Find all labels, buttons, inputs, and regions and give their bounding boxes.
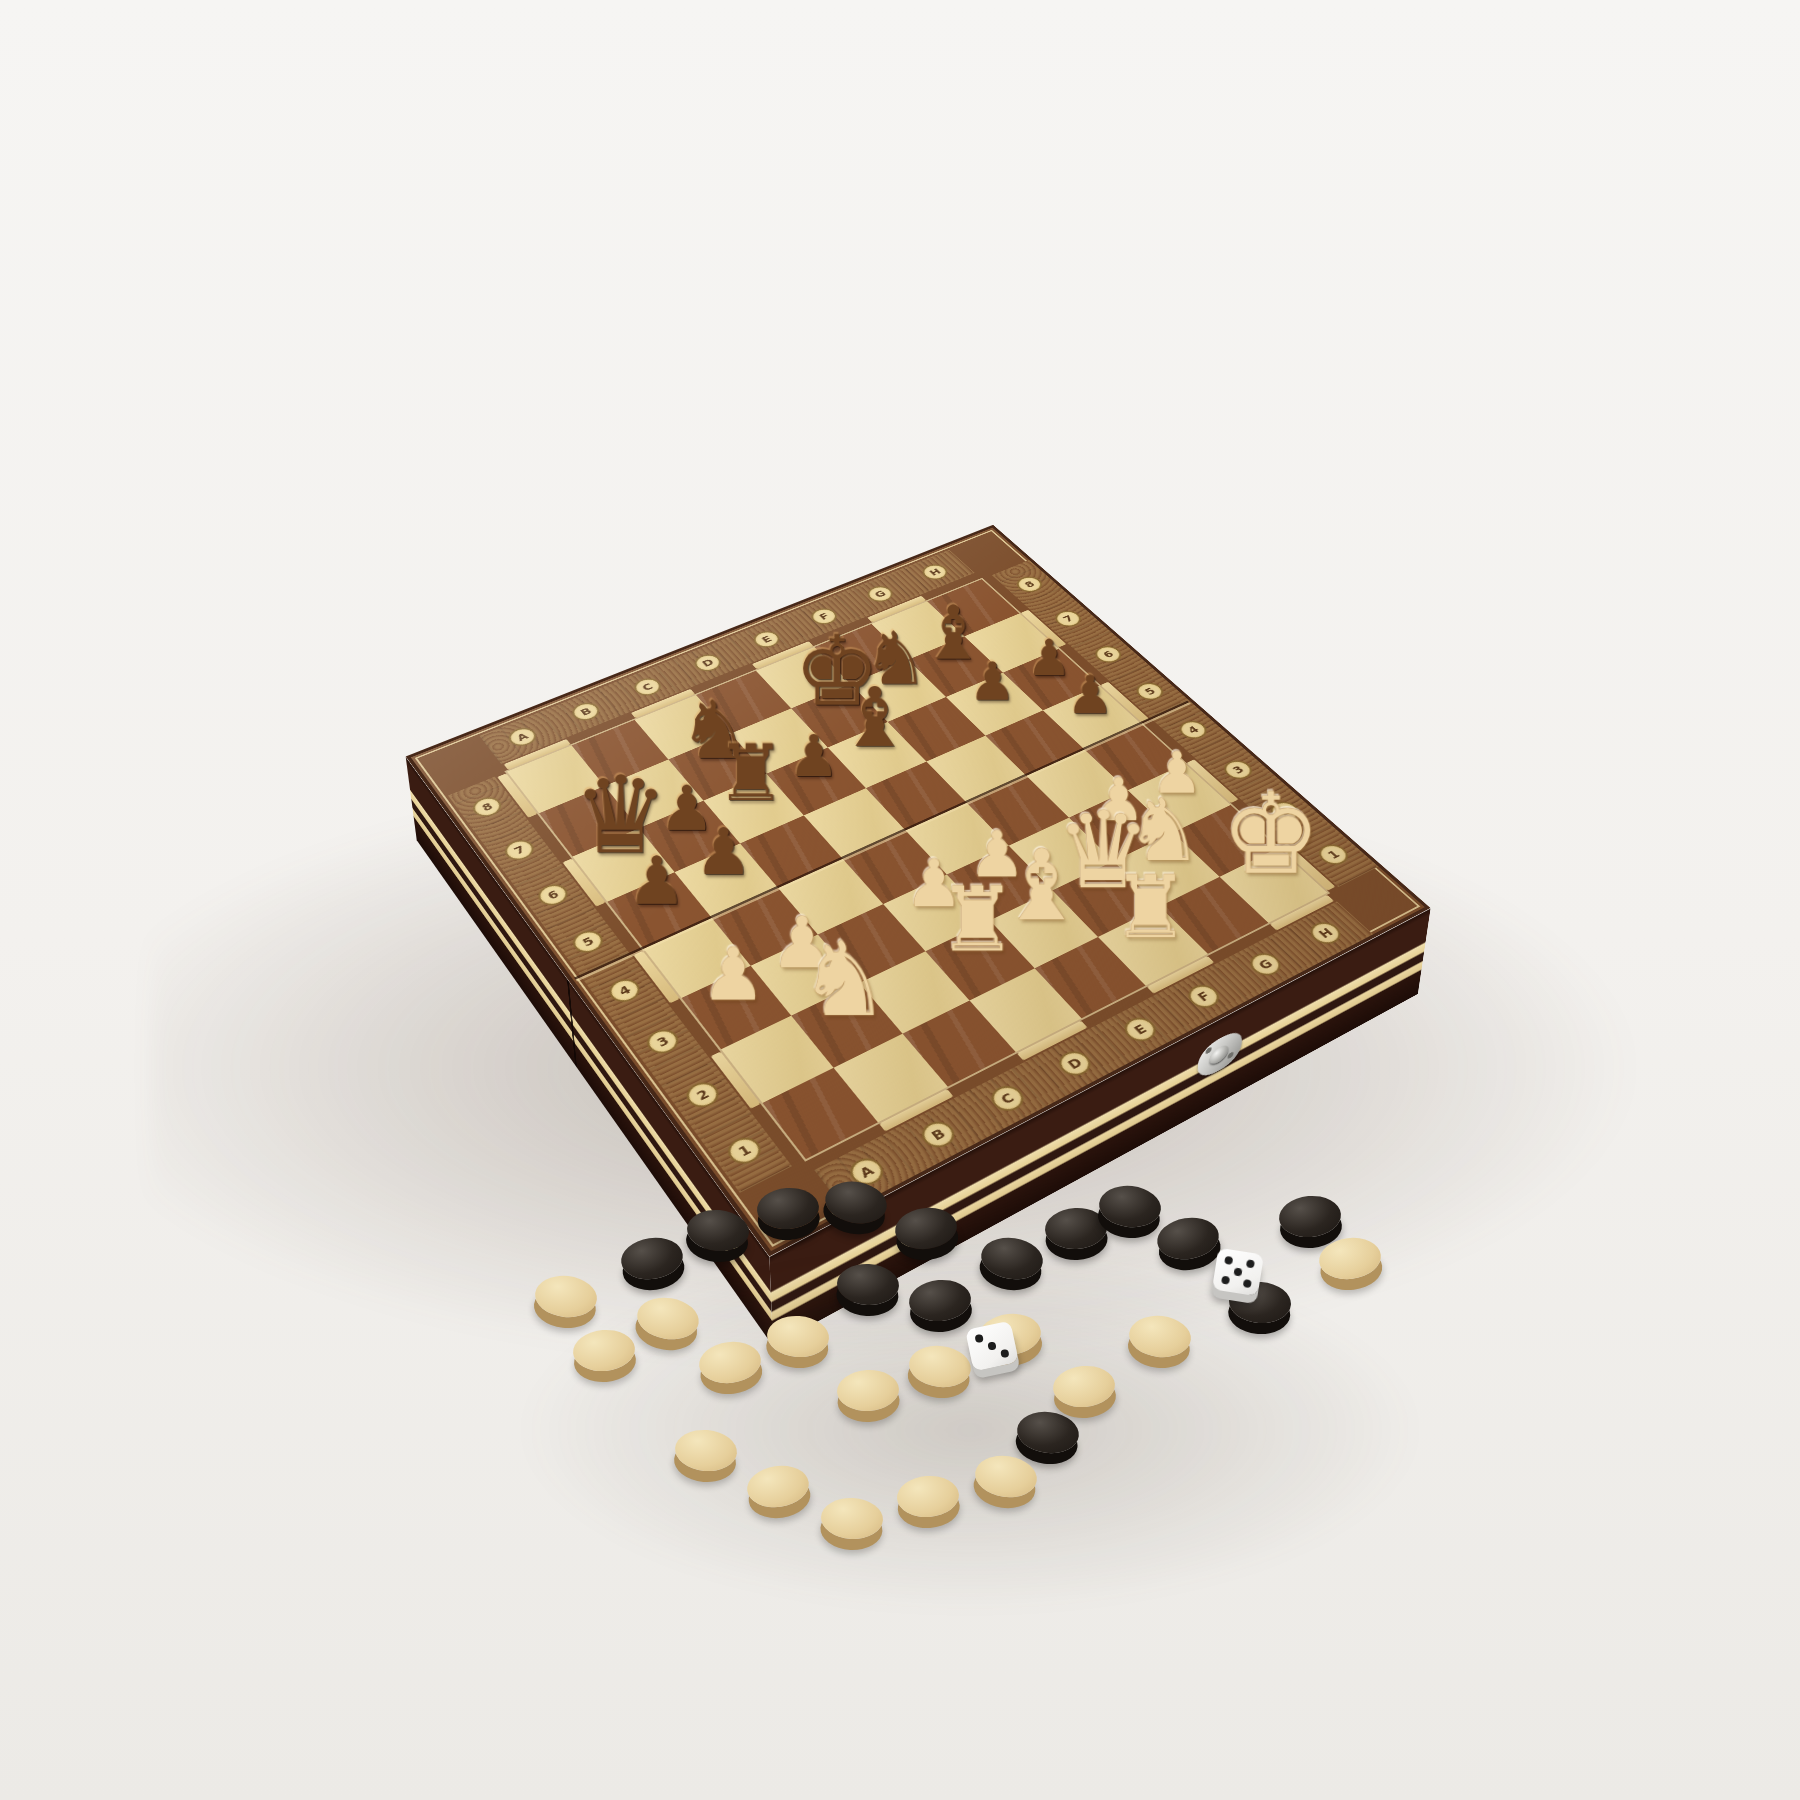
die-pip xyxy=(987,1341,996,1350)
file-label-d: D xyxy=(690,651,725,674)
file-label-e: E xyxy=(749,628,784,650)
piece-brown-pawn-g6[interactable]: ♟ xyxy=(969,656,1016,706)
scene: ABCDEFGH ABCDEFGH 87654321 87654321 xyxy=(0,0,1800,1800)
die-pip xyxy=(1000,1349,1009,1358)
piece-cream-pawn-a3[interactable]: ♟ xyxy=(701,941,766,1010)
file-label-g: G xyxy=(1244,949,1286,979)
rank-label-7: 7 xyxy=(1050,608,1085,630)
piece-brown-rook-c6[interactable]: ♜ xyxy=(716,737,786,811)
file-label-h: H xyxy=(1305,918,1347,948)
die-pip xyxy=(1243,1279,1252,1288)
die-pip xyxy=(974,1334,983,1343)
piece-cream-rook-f1[interactable]: ♜ xyxy=(1112,866,1190,948)
fold-seam-side xyxy=(567,979,577,1068)
rank-label-7: 7 xyxy=(500,836,538,863)
file-label-b: B xyxy=(916,1117,960,1152)
rank-label-6: 6 xyxy=(533,881,572,910)
file-label-h: H xyxy=(918,562,952,583)
die-pip xyxy=(1246,1259,1255,1268)
file-label-g: G xyxy=(863,583,897,604)
piece-brown-bishop-e6[interactable]: ♝ xyxy=(838,679,912,757)
product-photo: ABCDEFGH ABCDEFGH 87654321 87654321 xyxy=(0,0,1800,1800)
rank-label-4: 4 xyxy=(1174,718,1212,742)
rank-label-1: 1 xyxy=(722,1133,766,1169)
file-label-c: C xyxy=(986,1081,1030,1115)
piece-cream-king-h1[interactable]: ♚ xyxy=(1221,782,1321,888)
metal-clasp[interactable] xyxy=(1191,1020,1249,1091)
rank-label-8: 8 xyxy=(1012,574,1047,595)
piece-brown-pawn-d6[interactable]: ♟ xyxy=(788,729,840,784)
die-5[interactable] xyxy=(1212,1248,1264,1297)
chess-box: ABCDEFGH ABCDEFGH 87654321 87654321 xyxy=(406,525,1431,1257)
file-label-d: D xyxy=(1053,1047,1097,1080)
rank-label-5: 5 xyxy=(1131,680,1168,704)
rank-label-4: 4 xyxy=(604,975,645,1006)
piece-brown-pawn-a5[interactable]: ♟ xyxy=(627,850,687,913)
rank-label-6: 6 xyxy=(1090,643,1126,666)
piece-brown-pawn-b5[interactable]: ♟ xyxy=(695,822,753,883)
file-label-f: F xyxy=(1182,981,1225,1012)
file-label-a: A xyxy=(504,725,540,750)
file-label-e: E xyxy=(1119,1013,1162,1045)
piece-brown-pawn-h6[interactable]: ♟ xyxy=(1026,634,1071,682)
piece-brown-pawn-h5[interactable]: ♟ xyxy=(1066,669,1114,719)
rank-label-3: 3 xyxy=(642,1025,684,1058)
die-pip xyxy=(1224,1256,1233,1265)
file-label-b: B xyxy=(568,700,604,724)
piece-cream-rook-d2[interactable]: ♜ xyxy=(938,878,1018,963)
rank-label-5: 5 xyxy=(568,927,608,957)
die-pip xyxy=(1221,1276,1230,1285)
file-label-c: C xyxy=(630,675,666,698)
die-pip xyxy=(1233,1267,1242,1276)
rank-label-2: 2 xyxy=(681,1078,724,1112)
piece-cream-knight-b2[interactable]: ♞ xyxy=(798,931,890,1029)
rank-label-8: 8 xyxy=(468,794,505,820)
